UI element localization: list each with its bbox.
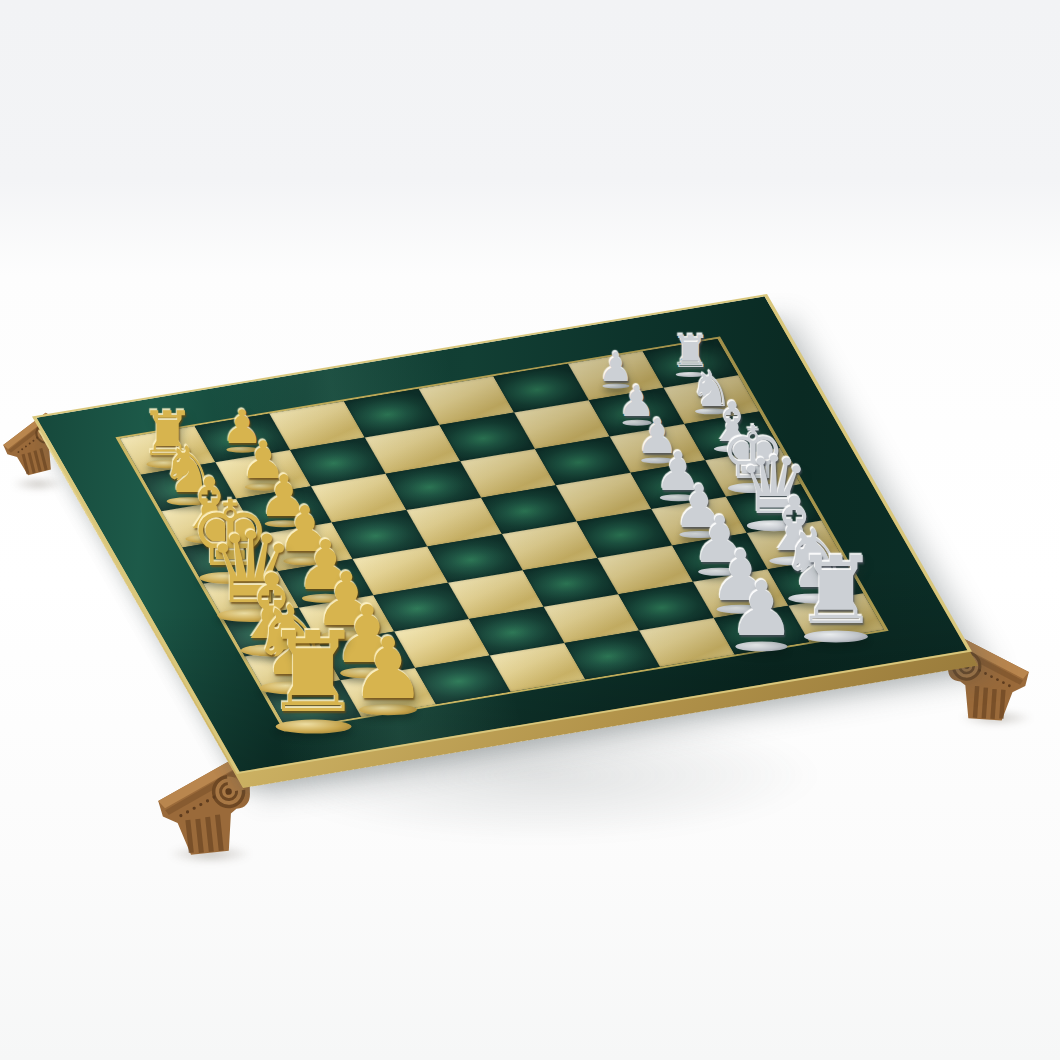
gold-rook-a1[interactable]: ♜ — [264, 618, 363, 729]
silver-rook-a8[interactable]: ♜ — [794, 544, 878, 638]
silver-pawn-a7[interactable]: ♟ — [728, 572, 796, 648]
chess-set-photo-scene: ♜♞♝♚♛♝♞♜♟♟♟♟♟♟♟♟♟♟♟♟♟♟♟♟♜♞♝♚♛♝♞♜ — [0, 0, 1060, 1060]
